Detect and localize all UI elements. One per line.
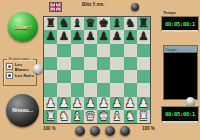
white-clock-time: 00:05:00:1 (165, 111, 195, 117)
white-bishop[interactable]: ♝ (112, 110, 122, 123)
square-c4[interactable] (71, 70, 84, 83)
square-e8[interactable]: ♚ (97, 17, 110, 30)
square-e2[interactable]: ♟ (97, 97, 110, 110)
square-b3[interactable] (57, 83, 70, 96)
square-f2[interactable]: ♟ (110, 97, 123, 110)
moves-panel-header: Coups (164, 46, 197, 53)
square-h6[interactable] (137, 44, 150, 57)
square-b1[interactable]: ♞ (57, 110, 70, 123)
square-c6[interactable] (71, 44, 84, 57)
moves-panel[interactable]: Coups (163, 45, 198, 100)
radio-mark-selected[interactable] (6, 63, 13, 70)
square-d1[interactable]: ♛ (84, 110, 97, 123)
black-knight[interactable]: ♞ (59, 17, 69, 30)
square-a2[interactable]: ♟ (44, 97, 57, 110)
white-rook[interactable]: ♜ (45, 110, 55, 123)
square-b2[interactable]: ♟ (57, 97, 70, 110)
square-d5[interactable] (84, 57, 97, 70)
square-a1[interactable]: ♜ (44, 110, 57, 123)
square-g2[interactable]: ♟ (124, 97, 137, 110)
square-c8[interactable]: ♝ (71, 17, 84, 30)
black-pawn[interactable]: ♟ (138, 30, 148, 43)
selected-dot-icon (8, 65, 11, 68)
square-b5[interactable] (57, 57, 70, 70)
side-select-group: Je joue avec... Les Blancs Les Noirs (3, 57, 37, 86)
square-b8[interactable]: ♞ (57, 17, 70, 30)
square-f4[interactable] (110, 70, 123, 83)
side-ball-icon[interactable] (33, 64, 43, 74)
level-button[interactable]: Niveau... (6, 94, 39, 127)
black-pawn[interactable]: ♟ (59, 30, 69, 43)
square-d6[interactable] (84, 44, 97, 57)
square-a8[interactable]: ♜ (44, 17, 57, 30)
black-bishop[interactable]: ♝ (72, 17, 82, 30)
white-king[interactable]: ♚ (98, 110, 108, 123)
clock-label: Temps (163, 10, 176, 15)
radio-les-noirs[interactable]: Les Noirs (6, 71, 36, 80)
square-d3[interactable] (84, 83, 97, 96)
white-pawn[interactable]: ♟ (125, 97, 135, 110)
square-d7[interactable]: ♟ (84, 30, 97, 43)
square-c2[interactable]: ♟ (71, 97, 84, 110)
black-queen[interactable]: ♛ (85, 17, 95, 30)
white-queen[interactable]: ♛ (85, 110, 95, 123)
white-pawn[interactable]: ♟ (59, 97, 69, 110)
radio-les-noirs-label: Les Noirs (15, 73, 34, 78)
chess-board[interactable]: ♜♞♝♛♚♝♞♜♟♟♟♟♟♟♟♟♟♟♟♟♟♟♟♟♜♞♝♛♚♝♞♜ (43, 16, 151, 124)
square-h7[interactable]: ♟ (137, 30, 150, 43)
square-g8[interactable]: ♞ (124, 17, 137, 30)
square-g3[interactable] (124, 83, 137, 96)
square-e5[interactable] (97, 57, 110, 70)
white-pawn[interactable]: ♟ (112, 97, 122, 110)
black-pawn[interactable]: ♟ (72, 30, 82, 43)
square-h8[interactable]: ♜ (137, 17, 150, 30)
square-e1[interactable]: ♚ (97, 110, 110, 123)
square-h5[interactable] (137, 57, 150, 70)
radio-les-blancs[interactable]: Les Blancs (6, 62, 36, 71)
square-a6[interactable] (44, 44, 57, 57)
white-knight[interactable]: ♞ (125, 110, 135, 123)
zoom-level-left: 100 % (43, 126, 56, 131)
white-pawn[interactable]: ♟ (138, 97, 148, 110)
black-clock: 00:05:00:1 (161, 16, 199, 32)
square-e4[interactable] (97, 70, 110, 83)
square-d4[interactable] (84, 70, 97, 83)
black-knight[interactable]: ♞ (125, 17, 135, 30)
square-f7[interactable]: ♟ (110, 30, 123, 43)
square-c7[interactable]: ♟ (71, 30, 84, 43)
nav-prev-button[interactable] (90, 126, 100, 136)
square-c1[interactable]: ♝ (71, 110, 84, 123)
white-pawn[interactable]: ♟ (85, 97, 95, 110)
square-h3[interactable] (137, 83, 150, 96)
square-g7[interactable]: ♟ (124, 30, 137, 43)
uk-flag-icon (49, 2, 62, 12)
nav-first-button[interactable] (75, 126, 85, 136)
square-a7[interactable]: ♟ (44, 30, 57, 43)
square-a3[interactable] (44, 83, 57, 96)
clock-ball-icon[interactable] (186, 97, 195, 106)
black-rook[interactable]: ♜ (138, 17, 148, 30)
square-g1[interactable]: ♞ (124, 110, 137, 123)
square-h1[interactable]: ♜ (137, 110, 150, 123)
square-f3[interactable] (110, 83, 123, 96)
black-pawn[interactable]: ♟ (112, 30, 122, 43)
square-c5[interactable] (71, 57, 84, 70)
black-pawn[interactable]: ♟ (85, 30, 95, 43)
white-rook[interactable]: ♜ (138, 110, 148, 123)
play-button-label: Jouer ! (15, 25, 32, 30)
square-d2[interactable]: ♟ (84, 97, 97, 110)
square-f8[interactable]: ♝ (110, 17, 123, 30)
play-button[interactable]: Jouer ! (8, 12, 38, 42)
unselected-dot-icon (8, 74, 11, 77)
square-b4[interactable] (57, 70, 70, 83)
moves-panel-title: Coups (164, 47, 177, 52)
square-f6[interactable] (110, 44, 123, 57)
zoom-level-right: 100 % (142, 126, 155, 131)
square-b6[interactable] (57, 44, 70, 57)
white-pawn[interactable]: ♟ (45, 97, 55, 110)
square-g6[interactable] (124, 44, 137, 57)
square-h4[interactable] (137, 70, 150, 83)
black-king[interactable]: ♚ (98, 17, 108, 30)
black-pawn[interactable]: ♟ (45, 30, 55, 43)
square-a5[interactable] (44, 57, 57, 70)
square-f1[interactable]: ♝ (110, 110, 123, 123)
square-e6[interactable] (97, 44, 110, 57)
square-b7[interactable]: ♟ (57, 30, 70, 43)
square-g5[interactable] (124, 57, 137, 70)
nav-next-button[interactable] (105, 126, 115, 136)
square-f5[interactable] (110, 57, 123, 70)
white-bishop[interactable]: ♝ (72, 110, 82, 123)
square-d8[interactable]: ♛ (84, 17, 97, 30)
square-e3[interactable] (97, 83, 110, 96)
square-a4[interactable] (44, 70, 57, 83)
black-pawn[interactable]: ♟ (125, 30, 135, 43)
white-pawn[interactable]: ♟ (98, 97, 108, 110)
white-clock: 00:05:00:1 (161, 106, 199, 123)
black-clock-time: 00:05:00:1 (165, 21, 195, 27)
white-knight[interactable]: ♞ (59, 110, 69, 123)
level-button-label: Niveau... (12, 108, 33, 113)
black-pawn[interactable]: ♟ (98, 30, 108, 43)
square-g4[interactable] (124, 70, 137, 83)
black-rook[interactable]: ♜ (45, 17, 55, 30)
black-bishop[interactable]: ♝ (112, 17, 122, 30)
white-pawn[interactable]: ♟ (72, 97, 82, 110)
game-mode-title: Blitz 5 mn. (82, 2, 105, 7)
side-select-group-label: Je joue avec... (7, 57, 33, 61)
square-e7[interactable]: ♟ (97, 30, 110, 43)
radio-mark-unselected[interactable] (6, 72, 13, 79)
square-c3[interactable] (71, 83, 84, 96)
ball-icon[interactable] (131, 3, 139, 11)
nav-last-button[interactable] (120, 126, 130, 136)
square-h2[interactable]: ♟ (137, 97, 150, 110)
